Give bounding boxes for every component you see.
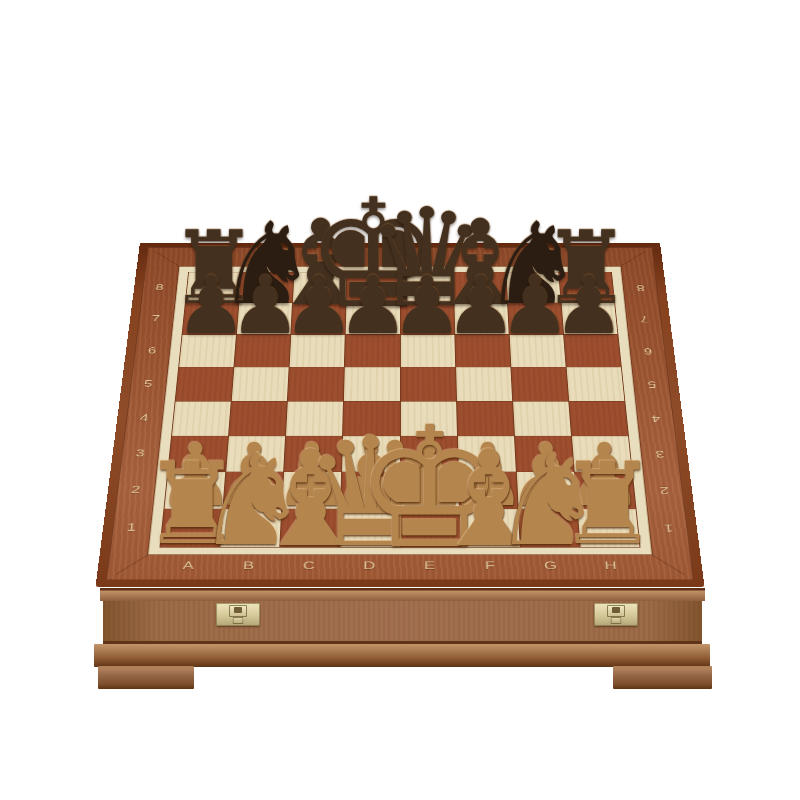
- rank-label-left-2: 2: [131, 484, 142, 496]
- rank-label-left-8: 8: [155, 283, 165, 293]
- box-foot-left: [98, 666, 194, 689]
- square-a5[interactable]: [176, 368, 234, 401]
- rank-label-right-5: 5: [646, 379, 657, 390]
- piece-white-rook-h1[interactable]: ♜: [557, 448, 658, 561]
- rank-label-left-4: 4: [139, 413, 150, 424]
- latch-slot: [612, 607, 620, 613]
- scene: 1122334455667788ABCDEFGH ♜♞♝♚♛♝♞♜♟♟♟♟♟♟♟…: [0, 0, 800, 800]
- rank-label-left-5: 5: [143, 379, 154, 390]
- square-g5[interactable]: [511, 368, 568, 401]
- rank-label-left-6: 6: [147, 346, 157, 357]
- box-foot-right: [613, 666, 712, 689]
- square-b5[interactable]: [232, 368, 289, 401]
- box-base-molding: [94, 644, 710, 667]
- rank-label-left-1: 1: [126, 521, 137, 533]
- rank-label-right-7: 7: [639, 314, 649, 324]
- rank-label-right-8: 8: [635, 283, 645, 293]
- latch-catch: [233, 617, 244, 624]
- piece-black-pawn-h7[interactable]: ♟: [553, 266, 625, 346]
- rank-label-right-1: 1: [662, 521, 673, 533]
- latch-catch: [611, 617, 622, 624]
- box-front-face: [103, 601, 702, 644]
- rank-label-right-6: 6: [642, 346, 652, 357]
- square-c5[interactable]: [288, 368, 344, 401]
- square-h5[interactable]: [566, 368, 624, 401]
- box-lid-rim: [100, 588, 705, 601]
- rank-label-right-2: 2: [658, 484, 669, 496]
- rank-label-right-4: 4: [650, 413, 661, 424]
- latch-slot: [234, 607, 242, 613]
- rank-label-left-7: 7: [151, 314, 161, 324]
- left-latch-icon: [216, 603, 260, 626]
- right-latch-icon: [594, 603, 638, 626]
